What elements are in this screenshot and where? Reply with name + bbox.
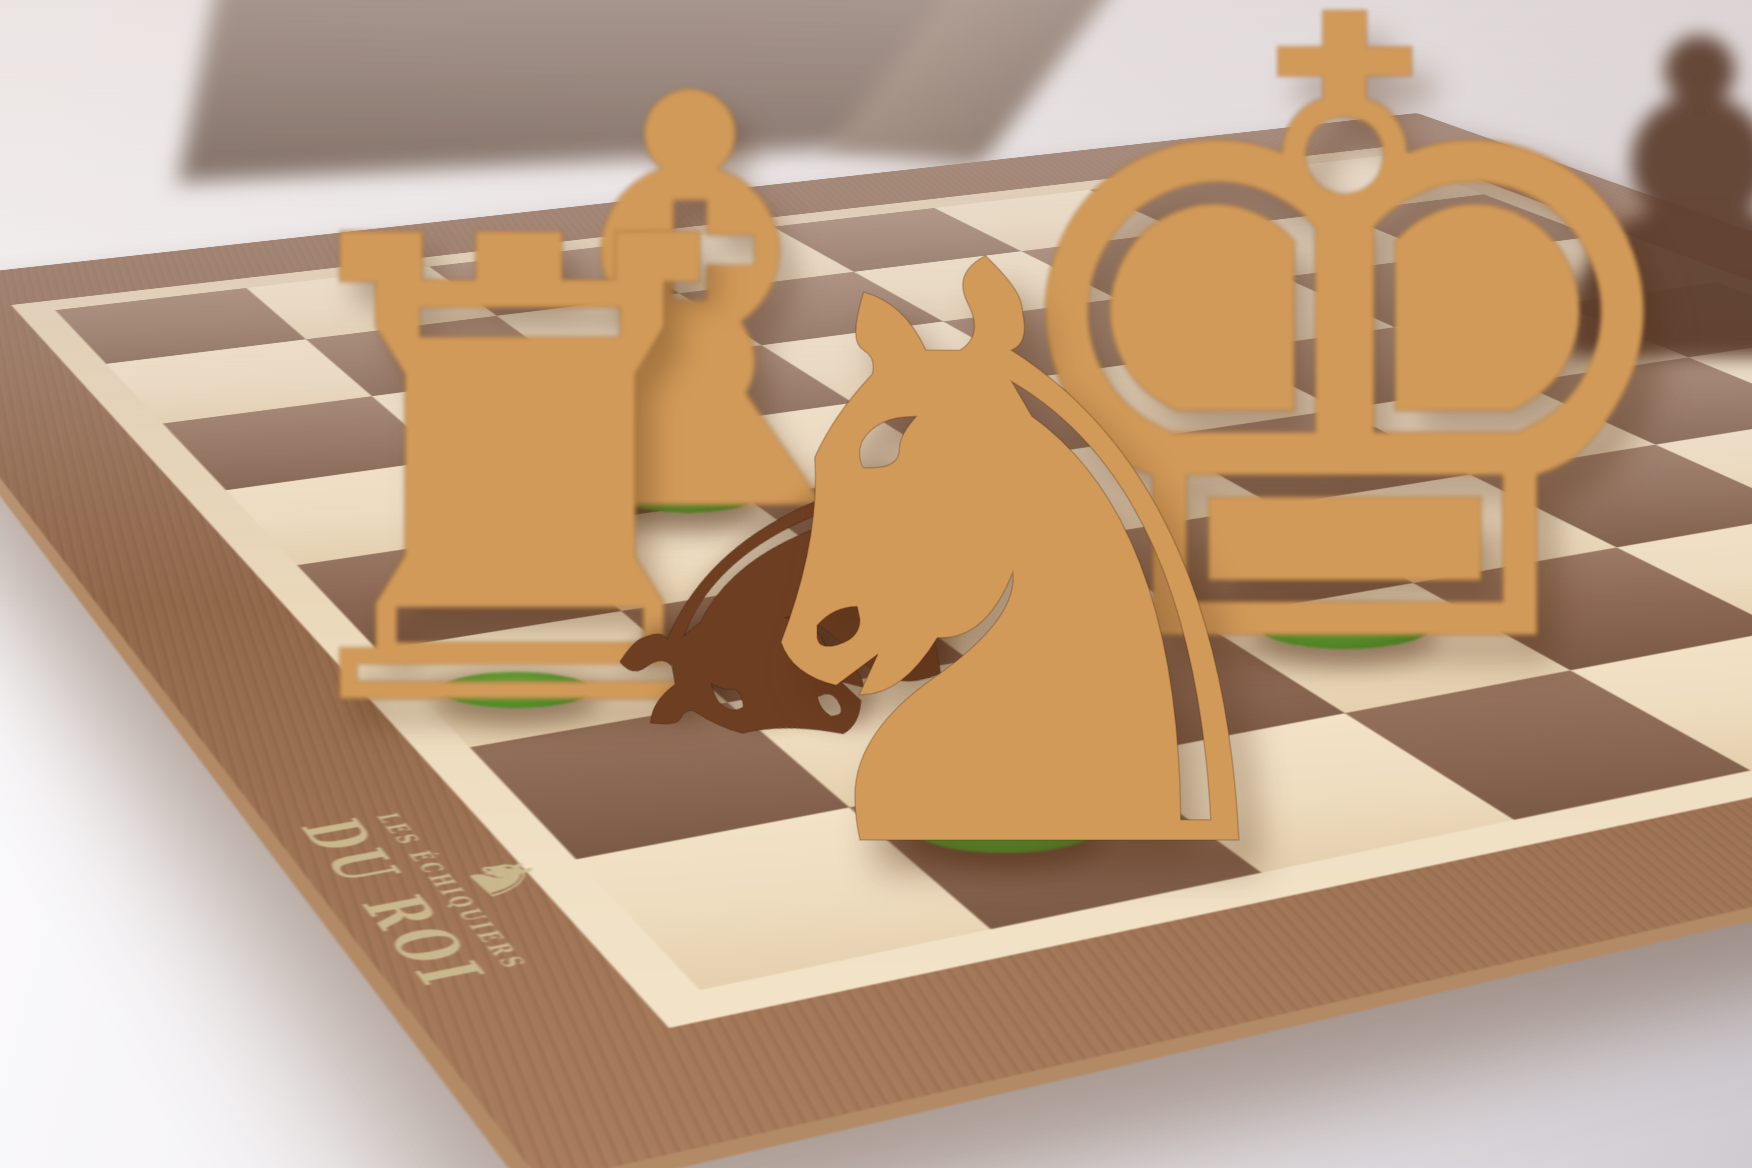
piece-white-knight: ♞ <box>610 163 1410 963</box>
photo-stage: ♞ LES ÉCHIQUIERS DU ROI ♜ ♝ ♞ ♞ ♚ ♟ <box>0 0 1752 1168</box>
